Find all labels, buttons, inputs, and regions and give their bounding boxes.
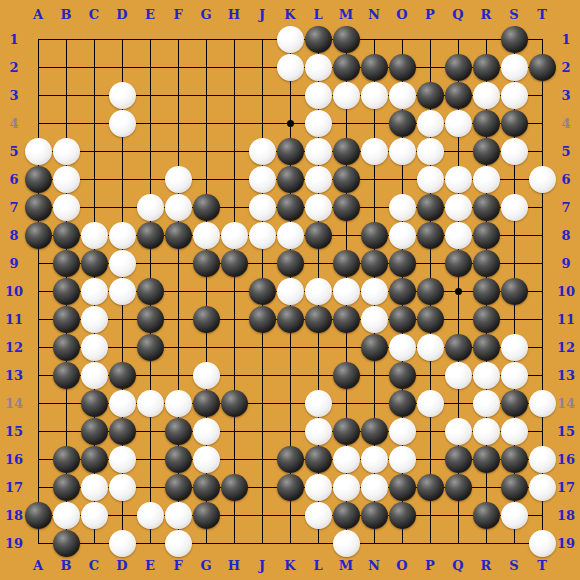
- stone-white-K1: [277, 26, 304, 53]
- stone-white-S3: [501, 82, 528, 109]
- stone-white-D3: [109, 82, 136, 109]
- stone-black-A18: [25, 502, 52, 529]
- col-label-top-L: L: [313, 7, 322, 22]
- col-label-top-N: N: [368, 7, 380, 22]
- stone-white-O5: [389, 138, 416, 165]
- stone-black-O18: [389, 502, 416, 529]
- stone-black-M5: [333, 138, 360, 165]
- stone-black-K5: [277, 138, 304, 165]
- stone-white-D10: [109, 278, 136, 305]
- row-label-right-12: 12: [557, 340, 575, 355]
- stone-white-N17: [361, 474, 388, 501]
- stone-black-K7: [277, 194, 304, 221]
- stone-black-C15: [81, 418, 108, 445]
- stone-black-E11: [137, 306, 164, 333]
- stone-black-T2: [529, 54, 556, 81]
- stone-black-C16: [81, 446, 108, 473]
- stone-white-J7: [249, 194, 276, 221]
- stone-black-A7: [25, 194, 52, 221]
- stone-black-O4: [389, 110, 416, 137]
- stone-black-C9: [81, 250, 108, 277]
- stone-white-M10: [333, 278, 360, 305]
- stone-black-B11: [53, 306, 80, 333]
- stone-black-K16: [277, 446, 304, 473]
- stone-black-B17: [53, 474, 80, 501]
- row-label-left-10: 10: [5, 284, 23, 299]
- stone-white-P14: [417, 390, 444, 417]
- stone-white-F19: [165, 530, 192, 557]
- stone-white-L7: [305, 194, 332, 221]
- stone-white-S18: [501, 502, 528, 529]
- stone-black-P10: [417, 278, 444, 305]
- stone-black-A8: [25, 222, 52, 249]
- stone-black-G14: [193, 390, 220, 417]
- stone-black-M13: [333, 362, 360, 389]
- stone-white-P12: [417, 334, 444, 361]
- stone-white-T6: [529, 166, 556, 193]
- stone-white-R14: [473, 390, 500, 417]
- col-label-top-M: M: [339, 7, 353, 22]
- stone-black-M15: [333, 418, 360, 445]
- stone-white-J5: [249, 138, 276, 165]
- stone-black-R18: [473, 502, 500, 529]
- row-label-right-8: 8: [561, 228, 570, 243]
- row-label-left-5: 5: [9, 144, 18, 159]
- stone-black-F8: [165, 222, 192, 249]
- stone-white-A5: [25, 138, 52, 165]
- stone-black-G17: [193, 474, 220, 501]
- row-label-right-3: 3: [561, 88, 570, 103]
- stone-white-P6: [417, 166, 444, 193]
- stone-black-S4: [501, 110, 528, 137]
- stone-white-C18: [81, 502, 108, 529]
- stone-white-Q15: [445, 418, 472, 445]
- stone-black-K6: [277, 166, 304, 193]
- stone-black-R11: [473, 306, 500, 333]
- stone-black-M1: [333, 26, 360, 53]
- stone-white-T17: [529, 474, 556, 501]
- stone-black-M6: [333, 166, 360, 193]
- stone-black-P8: [417, 222, 444, 249]
- stone-black-N12: [361, 334, 388, 361]
- col-label-bottom-L: L: [313, 558, 322, 573]
- stone-white-S2: [501, 54, 528, 81]
- stone-white-T14: [529, 390, 556, 417]
- stone-black-N9: [361, 250, 388, 277]
- stone-white-K2: [277, 54, 304, 81]
- stone-white-J6: [249, 166, 276, 193]
- col-label-bottom-N: N: [368, 558, 380, 573]
- stone-black-R7: [473, 194, 500, 221]
- stone-white-E14: [137, 390, 164, 417]
- col-label-top-G: G: [200, 7, 211, 22]
- col-label-bottom-S: S: [509, 558, 518, 573]
- stone-white-O7: [389, 194, 416, 221]
- col-label-bottom-G: G: [200, 558, 211, 573]
- stone-black-R5: [473, 138, 500, 165]
- row-label-left-18: 18: [5, 508, 23, 523]
- col-label-top-S: S: [509, 7, 518, 22]
- stone-black-O14: [389, 390, 416, 417]
- stone-white-C8: [81, 222, 108, 249]
- col-label-bottom-Q: Q: [452, 558, 463, 573]
- stone-white-G16: [193, 446, 220, 473]
- stone-black-B9: [53, 250, 80, 277]
- stone-black-R12: [473, 334, 500, 361]
- stone-white-D14: [109, 390, 136, 417]
- stone-black-M11: [333, 306, 360, 333]
- stone-white-L15: [305, 418, 332, 445]
- stone-white-R3: [473, 82, 500, 109]
- stone-white-D17: [109, 474, 136, 501]
- col-label-top-C: C: [89, 7, 99, 22]
- row-label-right-9: 9: [561, 256, 570, 271]
- row-label-right-1: 1: [561, 32, 570, 47]
- col-label-top-A: A: [33, 7, 43, 22]
- col-label-top-F: F: [173, 7, 182, 22]
- stone-black-S1: [501, 26, 528, 53]
- stone-black-H17: [221, 474, 248, 501]
- stone-black-K9: [277, 250, 304, 277]
- stone-black-F17: [165, 474, 192, 501]
- row-label-right-16: 16: [557, 452, 575, 467]
- stone-black-P7: [417, 194, 444, 221]
- col-label-top-D: D: [116, 7, 127, 22]
- col-label-bottom-F: F: [173, 558, 182, 573]
- stone-black-F15: [165, 418, 192, 445]
- row-label-right-11: 11: [557, 312, 575, 327]
- col-label-top-Q: Q: [452, 7, 463, 22]
- row-label-left-9: 9: [9, 256, 18, 271]
- row-label-right-14: 14: [557, 396, 575, 411]
- row-label-right-5: 5: [561, 144, 570, 159]
- stone-black-O17: [389, 474, 416, 501]
- stone-white-Q8: [445, 222, 472, 249]
- stone-white-M3: [333, 82, 360, 109]
- row-label-right-6: 6: [561, 172, 570, 187]
- stone-black-B16: [53, 446, 80, 473]
- stone-black-L8: [305, 222, 332, 249]
- stone-black-K17: [277, 474, 304, 501]
- stone-white-Q4: [445, 110, 472, 137]
- stone-black-G11: [193, 306, 220, 333]
- stone-white-C17: [81, 474, 108, 501]
- stone-black-A6: [25, 166, 52, 193]
- stone-white-G15: [193, 418, 220, 445]
- stone-white-N5: [361, 138, 388, 165]
- stone-white-R6: [473, 166, 500, 193]
- stone-black-N18: [361, 502, 388, 529]
- row-label-left-6: 6: [9, 172, 18, 187]
- stone-white-D19: [109, 530, 136, 557]
- stone-white-K8: [277, 222, 304, 249]
- stone-white-G8: [193, 222, 220, 249]
- row-label-right-18: 18: [557, 508, 575, 523]
- stone-black-L16: [305, 446, 332, 473]
- row-label-left-15: 15: [5, 424, 23, 439]
- stone-black-G9: [193, 250, 220, 277]
- stone-black-B10: [53, 278, 80, 305]
- stone-white-L5: [305, 138, 332, 165]
- stone-white-O15: [389, 418, 416, 445]
- stone-black-G7: [193, 194, 220, 221]
- stone-black-Q16: [445, 446, 472, 473]
- stone-black-E8: [137, 222, 164, 249]
- stone-white-D16: [109, 446, 136, 473]
- stone-white-E18: [137, 502, 164, 529]
- stone-black-M2: [333, 54, 360, 81]
- stone-black-J10: [249, 278, 276, 305]
- go-board[interactable]: AABBCCDDEEFFGGHHJJKKLLMMNNOOPPQQRRSSTT11…: [0, 0, 580, 580]
- stone-black-G18: [193, 502, 220, 529]
- row-label-left-19: 19: [5, 536, 23, 551]
- row-label-left-2: 2: [9, 60, 18, 75]
- stone-white-S5: [501, 138, 528, 165]
- col-label-top-E: E: [145, 7, 155, 22]
- stone-black-C14: [81, 390, 108, 417]
- stone-black-B19: [53, 530, 80, 557]
- stone-white-B5: [53, 138, 80, 165]
- stone-black-Q17: [445, 474, 472, 501]
- stone-black-Q9: [445, 250, 472, 277]
- row-label-left-8: 8: [9, 228, 18, 243]
- stone-white-S15: [501, 418, 528, 445]
- stone-white-N10: [361, 278, 388, 305]
- stone-white-R15: [473, 418, 500, 445]
- row-label-right-10: 10: [557, 284, 575, 299]
- col-label-bottom-D: D: [116, 558, 127, 573]
- col-label-bottom-C: C: [89, 558, 99, 573]
- stone-white-P5: [417, 138, 444, 165]
- stone-white-L6: [305, 166, 332, 193]
- stone-white-D4: [109, 110, 136, 137]
- stone-white-Q6: [445, 166, 472, 193]
- stone-black-M9: [333, 250, 360, 277]
- stone-white-B7: [53, 194, 80, 221]
- grid-line: [38, 515, 543, 516]
- stone-white-L17: [305, 474, 332, 501]
- row-label-left-14: 14: [5, 396, 23, 411]
- col-label-top-T: T: [537, 7, 547, 22]
- stone-black-H14: [221, 390, 248, 417]
- col-label-bottom-R: R: [481, 558, 492, 573]
- stone-black-R9: [473, 250, 500, 277]
- stone-black-R16: [473, 446, 500, 473]
- stone-black-E10: [137, 278, 164, 305]
- stone-white-R13: [473, 362, 500, 389]
- star-point-Q10: [455, 288, 462, 295]
- stone-white-F6: [165, 166, 192, 193]
- col-label-bottom-O: O: [396, 558, 407, 573]
- stone-black-S17: [501, 474, 528, 501]
- stone-white-O8: [389, 222, 416, 249]
- col-label-bottom-J: J: [259, 558, 265, 573]
- stone-white-F7: [165, 194, 192, 221]
- col-label-top-P: P: [425, 7, 435, 22]
- stone-black-R2: [473, 54, 500, 81]
- stone-white-G13: [193, 362, 220, 389]
- stone-white-Q13: [445, 362, 472, 389]
- row-label-left-16: 16: [5, 452, 23, 467]
- col-label-top-R: R: [481, 7, 492, 22]
- stone-white-M19: [333, 530, 360, 557]
- col-label-bottom-T: T: [537, 558, 547, 573]
- stone-white-Q7: [445, 194, 472, 221]
- stone-black-Q2: [445, 54, 472, 81]
- stone-black-O13: [389, 362, 416, 389]
- col-label-bottom-A: A: [33, 558, 43, 573]
- stone-white-D9: [109, 250, 136, 277]
- star-point-K4: [287, 120, 294, 127]
- stone-white-M16: [333, 446, 360, 473]
- stone-black-B12: [53, 334, 80, 361]
- stone-white-T19: [529, 530, 556, 557]
- stone-black-O2: [389, 54, 416, 81]
- stone-white-N3: [361, 82, 388, 109]
- stone-black-P3: [417, 82, 444, 109]
- row-label-left-7: 7: [9, 200, 18, 215]
- stone-white-S12: [501, 334, 528, 361]
- stone-black-N8: [361, 222, 388, 249]
- stone-black-R8: [473, 222, 500, 249]
- row-label-left-13: 13: [5, 368, 23, 383]
- stone-white-M17: [333, 474, 360, 501]
- stone-black-H9: [221, 250, 248, 277]
- stone-white-C13: [81, 362, 108, 389]
- stone-black-L11: [305, 306, 332, 333]
- stone-white-C12: [81, 334, 108, 361]
- stone-black-Q12: [445, 334, 472, 361]
- row-label-right-4: 4: [561, 116, 570, 131]
- stone-white-L3: [305, 82, 332, 109]
- stone-black-B8: [53, 222, 80, 249]
- stone-black-P17: [417, 474, 444, 501]
- stone-black-N2: [361, 54, 388, 81]
- row-label-right-15: 15: [557, 424, 575, 439]
- stone-black-O11: [389, 306, 416, 333]
- stone-black-M18: [333, 502, 360, 529]
- stone-black-E12: [137, 334, 164, 361]
- stone-black-R10: [473, 278, 500, 305]
- stone-white-B18: [53, 502, 80, 529]
- stone-white-N16: [361, 446, 388, 473]
- col-label-bottom-M: M: [339, 558, 353, 573]
- stone-black-D15: [109, 418, 136, 445]
- col-label-bottom-P: P: [425, 558, 435, 573]
- stone-black-S14: [501, 390, 528, 417]
- col-label-bottom-H: H: [228, 558, 240, 573]
- row-label-right-17: 17: [557, 480, 575, 495]
- stone-white-L14: [305, 390, 332, 417]
- stone-white-J8: [249, 222, 276, 249]
- stone-white-F14: [165, 390, 192, 417]
- row-label-right-13: 13: [557, 368, 575, 383]
- col-label-top-K: K: [284, 7, 295, 22]
- stone-white-T16: [529, 446, 556, 473]
- stone-black-D13: [109, 362, 136, 389]
- stone-white-H8: [221, 222, 248, 249]
- stone-black-B13: [53, 362, 80, 389]
- stone-white-E7: [137, 194, 164, 221]
- stone-white-L4: [305, 110, 332, 137]
- col-label-top-O: O: [396, 7, 407, 22]
- stone-white-D8: [109, 222, 136, 249]
- stone-black-F16: [165, 446, 192, 473]
- row-label-left-12: 12: [5, 340, 23, 355]
- row-label-left-1: 1: [9, 32, 18, 47]
- stone-white-O16: [389, 446, 416, 473]
- stone-black-O9: [389, 250, 416, 277]
- stone-white-K10: [277, 278, 304, 305]
- stone-black-L1: [305, 26, 332, 53]
- stone-black-S10: [501, 278, 528, 305]
- row-label-left-17: 17: [5, 480, 23, 495]
- stone-white-F18: [165, 502, 192, 529]
- stone-white-C10: [81, 278, 108, 305]
- stone-black-K11: [277, 306, 304, 333]
- stone-black-S16: [501, 446, 528, 473]
- row-label-left-11: 11: [5, 312, 23, 327]
- stone-white-L10: [305, 278, 332, 305]
- stone-black-J11: [249, 306, 276, 333]
- stone-white-P4: [417, 110, 444, 137]
- row-label-left-4: 4: [9, 116, 18, 131]
- stone-white-B6: [53, 166, 80, 193]
- stone-white-C11: [81, 306, 108, 333]
- stone-black-M7: [333, 194, 360, 221]
- stone-white-O12: [389, 334, 416, 361]
- stone-black-N15: [361, 418, 388, 445]
- row-label-right-7: 7: [561, 200, 570, 215]
- row-label-right-19: 19: [557, 536, 575, 551]
- col-label-bottom-B: B: [61, 558, 72, 573]
- stone-black-Q3: [445, 82, 472, 109]
- stone-black-P11: [417, 306, 444, 333]
- stone-white-S13: [501, 362, 528, 389]
- col-label-top-H: H: [228, 7, 240, 22]
- stone-black-R4: [473, 110, 500, 137]
- col-label-top-B: B: [61, 7, 72, 22]
- stone-white-S7: [501, 194, 528, 221]
- col-label-bottom-E: E: [145, 558, 155, 573]
- row-label-left-3: 3: [9, 88, 18, 103]
- col-label-bottom-K: K: [284, 558, 295, 573]
- col-label-top-J: J: [259, 7, 265, 22]
- stone-white-N11: [361, 306, 388, 333]
- stone-white-L18: [305, 502, 332, 529]
- stone-white-O3: [389, 82, 416, 109]
- stone-black-O10: [389, 278, 416, 305]
- row-label-right-2: 2: [561, 60, 570, 75]
- stone-white-L2: [305, 54, 332, 81]
